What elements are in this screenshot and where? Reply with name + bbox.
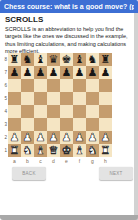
- white-rook: ♜: [101, 144, 111, 157]
- black-queen: ♛: [49, 53, 59, 66]
- white-pawn: ♟: [75, 131, 85, 144]
- square-d6[interactable]: [47, 79, 60, 92]
- back-button[interactable]: BACK: [12, 167, 46, 180]
- black-knight: ♞: [23, 53, 33, 66]
- black-bishop: ♝: [75, 53, 85, 66]
- chess-board[interactable]: 8♜♞♝♛♚♝♞♜7♟♟♟♟♟♟♟♟65432♟♟♟♟♟♟♟♟1♜♞♝♛♚♝♞♜…: [2, 53, 112, 166]
- title-bar: Chess course: what is a good move? (par…: [0, 0, 138, 13]
- page-title: Chess course: what is a good move? (par…: [4, 3, 134, 10]
- square-a3[interactable]: [8, 118, 21, 131]
- square-c2[interactable]: ♟: [34, 131, 47, 144]
- black-pawn: ♟: [62, 66, 72, 79]
- square-c3[interactable]: [34, 118, 47, 131]
- square-f4[interactable]: [73, 105, 86, 118]
- square-g3[interactable]: [86, 118, 99, 131]
- square-f5[interactable]: [73, 92, 86, 105]
- square-g1[interactable]: ♞: [86, 144, 99, 157]
- square-g4[interactable]: [86, 105, 99, 118]
- square-b2[interactable]: ♟: [21, 131, 34, 144]
- black-bishop: ♝: [36, 53, 46, 66]
- white-queen: ♛: [49, 144, 59, 157]
- next-button[interactable]: NEXT: [99, 167, 133, 180]
- file-label-b: b: [21, 157, 34, 166]
- white-bishop: ♝: [75, 144, 85, 157]
- white-pawn: ♟: [88, 131, 98, 144]
- square-e2[interactable]: ♟: [60, 131, 73, 144]
- file-label-e: e: [60, 157, 73, 166]
- square-e4[interactable]: [60, 105, 73, 118]
- file-label-a: a: [8, 157, 21, 166]
- file-label-h: h: [99, 157, 112, 166]
- black-pawn: ♟: [88, 66, 98, 79]
- white-pawn: ♟: [49, 131, 59, 144]
- file-label-g: g: [86, 157, 99, 166]
- square-b8[interactable]: ♞: [21, 53, 34, 66]
- square-a5[interactable]: [8, 92, 21, 105]
- lesson-body-text: SCROLLS is an abbreviation to help you f…: [5, 26, 133, 55]
- square-h7[interactable]: ♟: [99, 66, 112, 79]
- square-b7[interactable]: ♟: [21, 66, 34, 79]
- square-f3[interactable]: [73, 118, 86, 131]
- lesson-heading: SCROLLS: [5, 15, 43, 24]
- white-king: ♚: [62, 144, 72, 157]
- square-h4[interactable]: [99, 105, 112, 118]
- square-d5[interactable]: [47, 92, 60, 105]
- square-g6[interactable]: [86, 79, 99, 92]
- square-f7[interactable]: ♟: [73, 66, 86, 79]
- square-c1[interactable]: ♝: [34, 144, 47, 157]
- square-h2[interactable]: ♟: [99, 131, 112, 144]
- app-screen: Chess course: what is a good move? (par……: [0, 0, 138, 220]
- square-d1[interactable]: ♛: [47, 144, 60, 157]
- square-h6[interactable]: [99, 79, 112, 92]
- screen-edge-right: [134, 13, 138, 220]
- square-c5[interactable]: [34, 92, 47, 105]
- black-knight: ♞: [88, 53, 98, 66]
- square-a8[interactable]: ♜: [8, 53, 21, 66]
- white-rook: ♜: [10, 144, 20, 157]
- square-b3[interactable]: [21, 118, 34, 131]
- square-f8[interactable]: ♝: [73, 53, 86, 66]
- screen-edge-bottom: [0, 215, 138, 220]
- square-a2[interactable]: ♟: [8, 131, 21, 144]
- white-pawn: ♟: [101, 131, 111, 144]
- square-f1[interactable]: ♝: [73, 144, 86, 157]
- white-pawn: ♟: [62, 131, 72, 144]
- white-pawn: ♟: [23, 131, 33, 144]
- square-g2[interactable]: ♟: [86, 131, 99, 144]
- square-b1[interactable]: ♞: [21, 144, 34, 157]
- square-b6[interactable]: [21, 79, 34, 92]
- black-pawn: ♟: [23, 66, 33, 79]
- square-e5[interactable]: [60, 92, 73, 105]
- square-h5[interactable]: [99, 92, 112, 105]
- square-a1[interactable]: ♜: [8, 144, 21, 157]
- square-c8[interactable]: ♝: [34, 53, 47, 66]
- white-bishop: ♝: [36, 144, 46, 157]
- black-pawn: ♟: [36, 66, 46, 79]
- black-king: ♚: [62, 53, 72, 66]
- black-rook: ♜: [10, 53, 20, 66]
- square-g5[interactable]: [86, 92, 99, 105]
- square-e7[interactable]: ♟: [60, 66, 73, 79]
- square-b4[interactable]: [21, 105, 34, 118]
- square-f6[interactable]: [73, 79, 86, 92]
- black-pawn: ♟: [75, 66, 85, 79]
- square-e3[interactable]: [60, 118, 73, 131]
- square-g8[interactable]: ♞: [86, 53, 99, 66]
- white-pawn: ♟: [36, 131, 46, 144]
- square-c4[interactable]: [34, 105, 47, 118]
- square-c6[interactable]: [34, 79, 47, 92]
- file-label-f: f: [73, 157, 86, 166]
- white-knight: ♞: [88, 144, 98, 157]
- square-d2[interactable]: ♟: [47, 131, 60, 144]
- square-d4[interactable]: [47, 105, 60, 118]
- black-pawn: ♟: [10, 66, 20, 79]
- black-pawn: ♟: [49, 66, 59, 79]
- square-h8[interactable]: ♜: [99, 53, 112, 66]
- square-e1[interactable]: ♚: [60, 144, 73, 157]
- black-rook: ♜: [101, 53, 111, 66]
- white-knight: ♞: [23, 144, 33, 157]
- square-d3[interactable]: [47, 118, 60, 131]
- square-d8[interactable]: ♛: [47, 53, 60, 66]
- square-d7[interactable]: ♟: [47, 66, 60, 79]
- white-pawn: ♟: [10, 131, 20, 144]
- file-label-d: d: [47, 157, 60, 166]
- square-a7[interactable]: ♟: [8, 66, 21, 79]
- square-e6[interactable]: [60, 79, 73, 92]
- square-h3[interactable]: [99, 118, 112, 131]
- square-f2[interactable]: ♟: [73, 131, 86, 144]
- square-a6[interactable]: [8, 79, 21, 92]
- square-b5[interactable]: [21, 92, 34, 105]
- black-pawn: ♟: [101, 66, 111, 79]
- square-c7[interactable]: ♟: [34, 66, 47, 79]
- file-label-c: c: [34, 157, 47, 166]
- square-a4[interactable]: [8, 105, 21, 118]
- square-h1[interactable]: ♜: [99, 144, 112, 157]
- square-g7[interactable]: ♟: [86, 66, 99, 79]
- square-e8[interactable]: ♚: [60, 53, 73, 66]
